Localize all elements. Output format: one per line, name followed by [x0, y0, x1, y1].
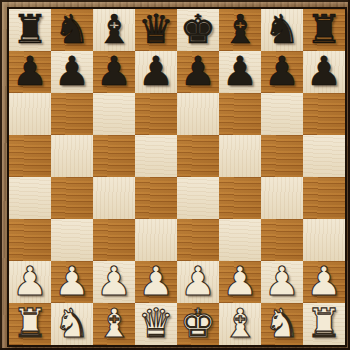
square-h6[interactable]	[303, 93, 345, 135]
piece-white-pawn[interactable]: ♟	[180, 261, 216, 301]
square-e2[interactable]: ♟	[177, 261, 219, 303]
square-a7[interactable]: ♟	[9, 51, 51, 93]
square-a2[interactable]: ♟	[9, 261, 51, 303]
square-b2[interactable]: ♟	[51, 261, 93, 303]
piece-black-pawn[interactable]: ♟	[306, 51, 342, 91]
piece-black-knight[interactable]: ♞	[264, 9, 300, 49]
piece-white-pawn[interactable]: ♟	[12, 261, 48, 301]
piece-white-pawn[interactable]: ♟	[264, 261, 300, 301]
square-f2[interactable]: ♟	[219, 261, 261, 303]
square-h1[interactable]: ♜	[303, 303, 345, 345]
square-c2[interactable]: ♟	[93, 261, 135, 303]
square-f1[interactable]: ♝	[219, 303, 261, 345]
square-d4[interactable]	[135, 177, 177, 219]
board-frame: ♜♞♝♛♚♝♞♜♟♟♟♟♟♟♟♟♟♟♟♟♟♟♟♟♜♞♝♛♚♝♞♜	[0, 0, 350, 350]
square-g5[interactable]	[261, 135, 303, 177]
piece-white-pawn[interactable]: ♟	[222, 261, 258, 301]
square-b6[interactable]	[51, 93, 93, 135]
square-c8[interactable]: ♝	[93, 9, 135, 51]
piece-white-pawn[interactable]: ♟	[306, 261, 342, 301]
square-e1[interactable]: ♚	[177, 303, 219, 345]
square-h3[interactable]	[303, 219, 345, 261]
piece-black-pawn[interactable]: ♟	[222, 51, 258, 91]
piece-black-pawn[interactable]: ♟	[54, 51, 90, 91]
square-f4[interactable]	[219, 177, 261, 219]
piece-black-pawn[interactable]: ♟	[138, 51, 174, 91]
square-g3[interactable]	[261, 219, 303, 261]
square-h4[interactable]	[303, 177, 345, 219]
piece-white-knight[interactable]: ♞	[54, 303, 90, 343]
piece-white-bishop[interactable]: ♝	[222, 303, 258, 343]
square-d1[interactable]: ♛	[135, 303, 177, 345]
square-a8[interactable]: ♜	[9, 9, 51, 51]
piece-black-rook[interactable]: ♜	[306, 9, 342, 49]
square-h8[interactable]: ♜	[303, 9, 345, 51]
square-b1[interactable]: ♞	[51, 303, 93, 345]
piece-black-knight[interactable]: ♞	[54, 9, 90, 49]
square-f6[interactable]	[219, 93, 261, 135]
square-b4[interactable]	[51, 177, 93, 219]
piece-black-pawn[interactable]: ♟	[180, 51, 216, 91]
square-b5[interactable]	[51, 135, 93, 177]
square-a4[interactable]	[9, 177, 51, 219]
square-e8[interactable]: ♚	[177, 9, 219, 51]
square-c5[interactable]	[93, 135, 135, 177]
square-e7[interactable]: ♟	[177, 51, 219, 93]
square-c6[interactable]	[93, 93, 135, 135]
square-b8[interactable]: ♞	[51, 9, 93, 51]
square-c1[interactable]: ♝	[93, 303, 135, 345]
square-g2[interactable]: ♟	[261, 261, 303, 303]
square-d6[interactable]	[135, 93, 177, 135]
square-e5[interactable]	[177, 135, 219, 177]
piece-black-bishop[interactable]: ♝	[96, 9, 132, 49]
square-b7[interactable]: ♟	[51, 51, 93, 93]
piece-black-pawn[interactable]: ♟	[96, 51, 132, 91]
piece-black-pawn[interactable]: ♟	[264, 51, 300, 91]
piece-white-pawn[interactable]: ♟	[96, 261, 132, 301]
chess-board: ♜♞♝♛♚♝♞♜♟♟♟♟♟♟♟♟♟♟♟♟♟♟♟♟♜♞♝♛♚♝♞♜	[9, 9, 345, 345]
piece-white-pawn[interactable]: ♟	[138, 261, 174, 301]
square-g6[interactable]	[261, 93, 303, 135]
square-g1[interactable]: ♞	[261, 303, 303, 345]
piece-white-knight[interactable]: ♞	[264, 303, 300, 343]
square-d5[interactable]	[135, 135, 177, 177]
square-a1[interactable]: ♜	[9, 303, 51, 345]
piece-white-rook[interactable]: ♜	[306, 303, 342, 343]
square-g8[interactable]: ♞	[261, 9, 303, 51]
piece-black-king[interactable]: ♚	[180, 9, 216, 49]
piece-white-bishop[interactable]: ♝	[96, 303, 132, 343]
square-e6[interactable]	[177, 93, 219, 135]
piece-white-king[interactable]: ♚	[180, 303, 216, 343]
square-a6[interactable]	[9, 93, 51, 135]
piece-white-pawn[interactable]: ♟	[54, 261, 90, 301]
square-a5[interactable]	[9, 135, 51, 177]
square-a3[interactable]	[9, 219, 51, 261]
square-g7[interactable]: ♟	[261, 51, 303, 93]
piece-black-queen[interactable]: ♛	[138, 9, 174, 49]
piece-black-bishop[interactable]: ♝	[222, 9, 258, 49]
piece-black-rook[interactable]: ♜	[12, 9, 48, 49]
square-d2[interactable]: ♟	[135, 261, 177, 303]
square-d7[interactable]: ♟	[135, 51, 177, 93]
square-d8[interactable]: ♛	[135, 9, 177, 51]
piece-white-rook[interactable]: ♜	[12, 303, 48, 343]
square-h2[interactable]: ♟	[303, 261, 345, 303]
square-c7[interactable]: ♟	[93, 51, 135, 93]
square-h5[interactable]	[303, 135, 345, 177]
square-f7[interactable]: ♟	[219, 51, 261, 93]
square-h7[interactable]: ♟	[303, 51, 345, 93]
square-f5[interactable]	[219, 135, 261, 177]
square-e3[interactable]	[177, 219, 219, 261]
square-f8[interactable]: ♝	[219, 9, 261, 51]
piece-white-queen[interactable]: ♛	[138, 303, 174, 343]
square-g4[interactable]	[261, 177, 303, 219]
piece-black-pawn[interactable]: ♟	[12, 51, 48, 91]
square-f3[interactable]	[219, 219, 261, 261]
square-e4[interactable]	[177, 177, 219, 219]
square-b3[interactable]	[51, 219, 93, 261]
square-d3[interactable]	[135, 219, 177, 261]
square-c4[interactable]	[93, 177, 135, 219]
square-c3[interactable]	[93, 219, 135, 261]
